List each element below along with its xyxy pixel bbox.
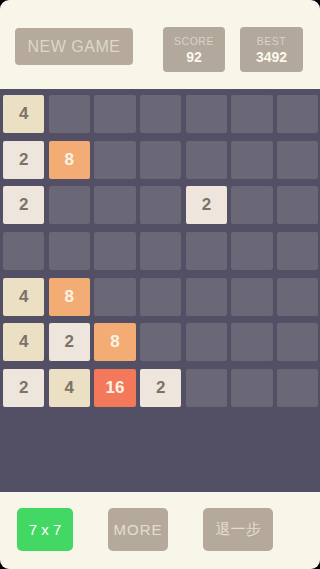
empty-cell xyxy=(277,369,318,407)
more-button[interactable]: MORE xyxy=(108,508,168,551)
tile-2: 2 xyxy=(186,186,227,224)
score-value: 92 xyxy=(186,49,202,65)
empty-cell xyxy=(277,141,318,179)
empty-cell xyxy=(140,278,181,316)
tile-2: 2 xyxy=(140,369,181,407)
tile-8: 8 xyxy=(94,323,135,361)
empty-cell xyxy=(49,95,90,133)
empty-cell xyxy=(231,369,272,407)
empty-cell xyxy=(49,186,90,224)
tile-4: 4 xyxy=(3,323,44,361)
best-box: BEST 3492 xyxy=(240,27,303,72)
empty-cell xyxy=(94,278,135,316)
empty-cell xyxy=(140,186,181,224)
empty-cell xyxy=(186,323,227,361)
tile-4: 4 xyxy=(3,278,44,316)
empty-cell xyxy=(277,278,318,316)
empty-cell xyxy=(186,369,227,407)
tile-4: 4 xyxy=(49,369,90,407)
board-grid: 428224842824162 xyxy=(0,89,320,407)
empty-cell xyxy=(231,323,272,361)
empty-cell xyxy=(277,186,318,224)
empty-cell xyxy=(94,141,135,179)
empty-cell xyxy=(231,95,272,133)
empty-cell xyxy=(140,232,181,270)
empty-cell xyxy=(94,95,135,133)
empty-cell xyxy=(277,232,318,270)
empty-cell xyxy=(3,232,44,270)
empty-cell xyxy=(140,141,181,179)
tile-2: 2 xyxy=(3,186,44,224)
empty-cell xyxy=(277,95,318,133)
tile-16: 16 xyxy=(94,369,135,407)
score-label: SCORE xyxy=(174,35,214,47)
empty-cell xyxy=(140,323,181,361)
empty-cell xyxy=(231,186,272,224)
tile-2: 2 xyxy=(3,369,44,407)
best-value: 3492 xyxy=(256,49,287,65)
best-label: BEST xyxy=(257,35,286,47)
empty-cell xyxy=(186,278,227,316)
empty-cell xyxy=(49,232,90,270)
game-board[interactable]: 428224842824162 xyxy=(0,89,320,492)
empty-cell xyxy=(231,278,272,316)
board-size-button[interactable]: 7 x 7 xyxy=(17,508,73,551)
empty-cell xyxy=(186,95,227,133)
tile-2: 2 xyxy=(3,141,44,179)
empty-cell xyxy=(186,232,227,270)
app-screen: NEW GAME SCORE 92 BEST 3492 428224842824… xyxy=(0,0,320,569)
empty-cell xyxy=(231,232,272,270)
tile-8: 8 xyxy=(49,278,90,316)
new-game-button[interactable]: NEW GAME xyxy=(15,28,133,65)
empty-cell xyxy=(186,141,227,179)
empty-cell xyxy=(140,95,181,133)
empty-cell xyxy=(94,186,135,224)
empty-cell xyxy=(94,232,135,270)
tile-4: 4 xyxy=(3,95,44,133)
undo-step-back-button[interactable]: 退一步 xyxy=(203,508,273,551)
empty-cell xyxy=(277,323,318,361)
tile-8: 8 xyxy=(49,141,90,179)
score-box: SCORE 92 xyxy=(163,27,225,72)
tile-2: 2 xyxy=(49,323,90,361)
empty-cell xyxy=(231,141,272,179)
